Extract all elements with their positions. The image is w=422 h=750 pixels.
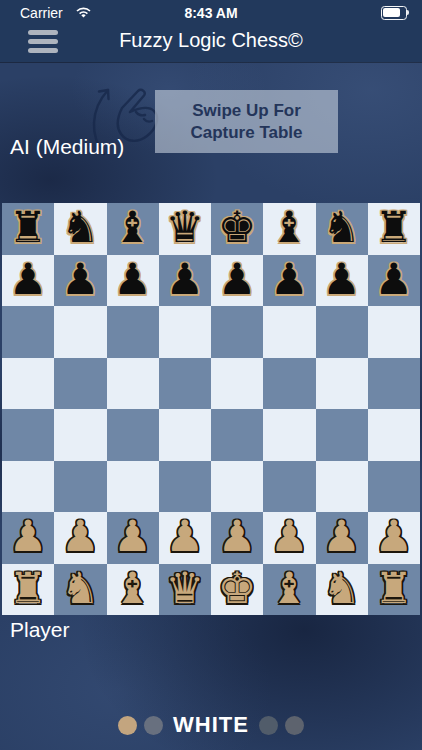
square-g6[interactable] (316, 306, 368, 358)
square-d6[interactable] (159, 306, 211, 358)
square-a2[interactable]: ♟ (2, 512, 54, 564)
piece-black-queen: ♛ (166, 206, 205, 249)
ai-opponent-label: AI (Medium) (10, 135, 124, 159)
turn-to-move-label: WHITE (173, 712, 249, 738)
piece-white-pawn: ♟ (166, 515, 205, 558)
square-f7[interactable]: ♟ (263, 255, 315, 307)
square-b3[interactable] (54, 461, 106, 513)
square-h4[interactable] (368, 409, 420, 461)
square-b8[interactable]: ♞ (54, 203, 106, 255)
piece-white-knight: ♞ (61, 567, 100, 610)
piece-white-pawn: ♟ (9, 515, 48, 558)
piece-black-pawn: ♟ (375, 258, 414, 301)
piece-white-king: ♚ (218, 567, 257, 610)
square-b6[interactable] (54, 306, 106, 358)
turn-indicator: WHITE (0, 712, 422, 738)
piece-white-pawn: ♟ (218, 515, 257, 558)
square-e7[interactable]: ♟ (211, 255, 263, 307)
piece-white-pawn: ♟ (113, 515, 152, 558)
piece-black-rook: ♜ (375, 206, 414, 249)
square-c8[interactable]: ♝ (107, 203, 159, 255)
battery-icon (381, 6, 410, 19)
piece-black-pawn: ♟ (61, 258, 100, 301)
square-a8[interactable]: ♜ (2, 203, 54, 255)
square-a4[interactable] (2, 409, 54, 461)
square-c3[interactable] (107, 461, 159, 513)
square-e4[interactable] (211, 409, 263, 461)
square-b5[interactable] (54, 358, 106, 410)
square-f3[interactable] (263, 461, 315, 513)
square-g7[interactable]: ♟ (316, 255, 368, 307)
square-g8[interactable]: ♞ (316, 203, 368, 255)
app-screen: Carrier 8:43 AM Fuzzy Logic Chess© Swipe… (0, 0, 422, 750)
square-c5[interactable] (107, 358, 159, 410)
square-g1[interactable]: ♞ (316, 564, 368, 616)
chess-board[interactable]: ♜♞♝♛♚♝♞♜♟♟♟♟♟♟♟♟♟♟♟♟♟♟♟♟♜♞♝♛♚♝♞♜ (2, 203, 420, 615)
square-e6[interactable] (211, 306, 263, 358)
square-h3[interactable] (368, 461, 420, 513)
square-g3[interactable] (316, 461, 368, 513)
piece-black-pawn: ♟ (218, 258, 257, 301)
square-d4[interactable] (159, 409, 211, 461)
piece-white-bishop: ♝ (113, 567, 152, 610)
piece-white-rook: ♜ (375, 567, 414, 610)
piece-white-rook: ♜ (9, 567, 48, 610)
app-title: Fuzzy Logic Chess© (0, 29, 422, 52)
piece-black-bishop: ♝ (270, 206, 309, 249)
navigation-bar: Carrier 8:43 AM Fuzzy Logic Chess© (0, 0, 422, 62)
piece-white-bishop: ♝ (270, 567, 309, 610)
square-e2[interactable]: ♟ (211, 512, 263, 564)
piece-black-knight: ♞ (322, 206, 361, 249)
square-h8[interactable]: ♜ (368, 203, 420, 255)
square-c4[interactable] (107, 409, 159, 461)
piece-black-pawn: ♟ (322, 258, 361, 301)
piece-white-pawn: ♟ (322, 515, 361, 558)
square-f2[interactable]: ♟ (263, 512, 315, 564)
player-label: Player (10, 618, 70, 642)
square-e8[interactable]: ♚ (211, 203, 263, 255)
square-d2[interactable]: ♟ (159, 512, 211, 564)
square-c2[interactable]: ♟ (107, 512, 159, 564)
square-d1[interactable]: ♛ (159, 564, 211, 616)
square-g5[interactable] (316, 358, 368, 410)
piece-black-pawn: ♟ (166, 258, 205, 301)
status-bar: Carrier 8:43 AM (0, 0, 422, 24)
turn-indicator-dot (118, 716, 137, 735)
square-a7[interactable]: ♟ (2, 255, 54, 307)
square-b7[interactable]: ♟ (54, 255, 106, 307)
square-d3[interactable] (159, 461, 211, 513)
square-f4[interactable] (263, 409, 315, 461)
square-e5[interactable] (211, 358, 263, 410)
square-d5[interactable] (159, 358, 211, 410)
square-a1[interactable]: ♜ (2, 564, 54, 616)
piece-white-knight: ♞ (322, 567, 361, 610)
piece-white-pawn: ♟ (61, 515, 100, 558)
square-b2[interactable]: ♟ (54, 512, 106, 564)
swipe-up-capture-table-button[interactable]: Swipe Up For Capture Table (155, 90, 338, 153)
piece-white-queen: ♛ (166, 567, 205, 610)
clock-label: 8:43 AM (0, 5, 422, 21)
square-c7[interactable]: ♟ (107, 255, 159, 307)
square-d8[interactable]: ♛ (159, 203, 211, 255)
square-a6[interactable] (2, 306, 54, 358)
piece-black-pawn: ♟ (9, 258, 48, 301)
piece-white-pawn: ♟ (375, 515, 414, 558)
piece-black-bishop: ♝ (113, 206, 152, 249)
square-c1[interactable]: ♝ (107, 564, 159, 616)
square-f1[interactable]: ♝ (263, 564, 315, 616)
turn-indicator-dot (285, 716, 304, 735)
square-h2[interactable]: ♟ (368, 512, 420, 564)
piece-black-pawn: ♟ (270, 258, 309, 301)
square-f5[interactable] (263, 358, 315, 410)
piece-black-king: ♚ (218, 206, 257, 249)
square-f6[interactable] (263, 306, 315, 358)
square-g4[interactable] (316, 409, 368, 461)
square-f8[interactable]: ♝ (263, 203, 315, 255)
square-h5[interactable] (368, 358, 420, 410)
piece-black-knight: ♞ (61, 206, 100, 249)
turn-indicator-dot (144, 716, 163, 735)
square-g2[interactable]: ♟ (316, 512, 368, 564)
turn-indicator-dot (259, 716, 278, 735)
hint-line-1: Swipe Up For (192, 100, 301, 122)
square-h7[interactable]: ♟ (368, 255, 420, 307)
square-b4[interactable] (54, 409, 106, 461)
piece-black-rook: ♜ (9, 206, 48, 249)
square-e1[interactable]: ♚ (211, 564, 263, 616)
square-h1[interactable]: ♜ (368, 564, 420, 616)
square-a3[interactable] (2, 461, 54, 513)
square-c6[interactable] (107, 306, 159, 358)
square-a5[interactable] (2, 358, 54, 410)
square-b1[interactable]: ♞ (54, 564, 106, 616)
square-e3[interactable] (211, 461, 263, 513)
square-h6[interactable] (368, 306, 420, 358)
hint-line-2: Capture Table (190, 122, 302, 144)
piece-black-pawn: ♟ (113, 258, 152, 301)
square-d7[interactable]: ♟ (159, 255, 211, 307)
piece-white-pawn: ♟ (270, 515, 309, 558)
